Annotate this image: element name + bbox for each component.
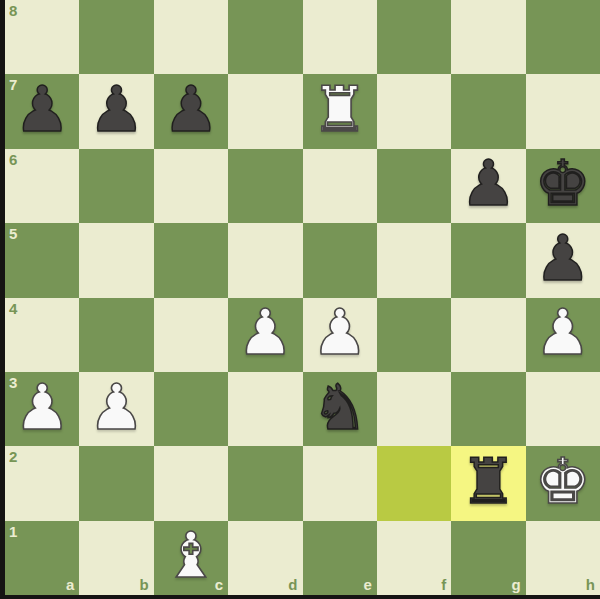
square-c5[interactable] [154,223,228,297]
square-e5[interactable] [303,223,377,297]
white-bishop[interactable]: ♝ [163,524,219,587]
square-h3[interactable] [526,372,600,446]
square-f1[interactable]: f [377,521,451,595]
square-a6[interactable]: 6 [5,149,79,223]
black-rook[interactable]: ♜ [460,450,516,513]
white-pawn[interactable]: ♟ [311,301,367,364]
square-d4[interactable]: ♟ [228,298,302,372]
square-f6[interactable] [377,149,451,223]
square-g7[interactable] [451,74,525,148]
square-c8[interactable] [154,0,228,74]
square-a1[interactable]: 1a [5,521,79,595]
square-f3[interactable] [377,372,451,446]
square-h5[interactable]: ♟ [526,223,600,297]
rank-label-1: 1 [9,524,17,539]
square-b4[interactable] [79,298,153,372]
chessboard-screen: 87♟♟♟♜6♟♚5♟4♟♟♟3♟♟♞2♜♚1abc♝defgh [0,0,600,599]
square-b8[interactable] [79,0,153,74]
black-king[interactable]: ♚ [535,152,591,215]
square-h2[interactable]: ♚ [526,446,600,520]
file-label-e: e [364,577,372,592]
white-pawn[interactable]: ♟ [237,301,293,364]
square-g6[interactable]: ♟ [451,149,525,223]
file-label-d: d [288,577,297,592]
file-label-f: f [441,577,446,592]
square-e7[interactable]: ♜ [303,74,377,148]
square-d6[interactable] [228,149,302,223]
square-h4[interactable]: ♟ [526,298,600,372]
square-b3[interactable]: ♟ [79,372,153,446]
file-label-h: h [586,577,595,592]
rank-label-4: 4 [9,301,17,316]
file-label-b: b [140,577,149,592]
white-pawn[interactable]: ♟ [88,376,144,439]
square-g1[interactable]: g [451,521,525,595]
square-a5[interactable]: 5 [5,223,79,297]
square-f2-lastmove-highlight[interactable] [377,446,451,520]
rank-label-2: 2 [9,449,17,464]
square-e6[interactable] [303,149,377,223]
square-e1[interactable]: e [303,521,377,595]
square-g8[interactable] [451,0,525,74]
square-d3[interactable] [228,372,302,446]
square-h7[interactable] [526,74,600,148]
square-d5[interactable] [228,223,302,297]
square-e8[interactable] [303,0,377,74]
file-label-g: g [511,577,520,592]
square-a3[interactable]: 3♟ [5,372,79,446]
square-b5[interactable] [79,223,153,297]
square-h8[interactable] [526,0,600,74]
square-g2-lastmove-highlight[interactable]: ♜ [451,446,525,520]
square-d2[interactable] [228,446,302,520]
square-b7[interactable]: ♟ [79,74,153,148]
square-a7[interactable]: 7♟ [5,74,79,148]
square-g5[interactable] [451,223,525,297]
square-b1[interactable]: b [79,521,153,595]
rank-label-8: 8 [9,3,17,18]
square-c6[interactable] [154,149,228,223]
rank-label-6: 6 [9,152,17,167]
square-b2[interactable] [79,446,153,520]
square-h6[interactable]: ♚ [526,149,600,223]
square-g4[interactable] [451,298,525,372]
file-label-a: a [66,577,74,592]
square-b6[interactable] [79,149,153,223]
white-rook[interactable]: ♜ [311,78,367,141]
black-knight[interactable]: ♞ [311,376,367,439]
black-pawn[interactable]: ♟ [535,227,591,290]
black-pawn[interactable]: ♟ [163,78,219,141]
square-a8[interactable]: 8 [5,0,79,74]
chess-board: 87♟♟♟♜6♟♚5♟4♟♟♟3♟♟♞2♜♚1abc♝defgh [5,0,600,595]
square-a2[interactable]: 2 [5,446,79,520]
square-f8[interactable] [377,0,451,74]
square-d1[interactable]: d [228,521,302,595]
white-king[interactable]: ♚ [535,450,591,513]
square-f5[interactable] [377,223,451,297]
square-f4[interactable] [377,298,451,372]
square-e4[interactable]: ♟ [303,298,377,372]
square-c2[interactable] [154,446,228,520]
rank-label-5: 5 [9,226,17,241]
square-f7[interactable] [377,74,451,148]
square-c4[interactable] [154,298,228,372]
square-a4[interactable]: 4 [5,298,79,372]
square-c7[interactable]: ♟ [154,74,228,148]
black-pawn[interactable]: ♟ [460,152,516,215]
square-e3[interactable]: ♞ [303,372,377,446]
square-d7[interactable] [228,74,302,148]
square-d8[interactable] [228,0,302,74]
square-c3[interactable] [154,372,228,446]
black-pawn[interactable]: ♟ [88,78,144,141]
white-pawn[interactable]: ♟ [14,376,70,439]
black-pawn[interactable]: ♟ [14,78,70,141]
white-pawn[interactable]: ♟ [535,301,591,364]
square-e2[interactable] [303,446,377,520]
square-h1[interactable]: h [526,521,600,595]
square-c1[interactable]: c♝ [154,521,228,595]
square-g3[interactable] [451,372,525,446]
